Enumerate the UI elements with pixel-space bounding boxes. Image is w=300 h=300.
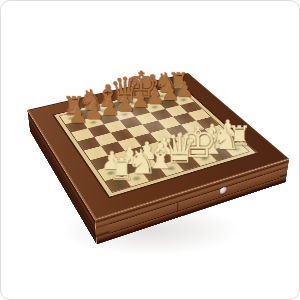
piece-black-pawn: ♟	[68, 105, 85, 127]
chess-board: ♜♞♝♛♚♝♞♜♟♟♟♟♟♟♟♟♟♟♟♟♟♟♟♟♜♞♝♛♚♝♞♜	[59, 87, 250, 193]
square-a7: ♟	[66, 120, 88, 132]
square-a1: ♜	[105, 176, 131, 192]
drawer-seam	[177, 203, 178, 211]
product-photo: ♜♞♝♛♚♝♞♜♟♟♟♟♟♟♟♟♟♟♟♟♟♟♟♟♜♞♝♛♚♝♞♜	[0, 0, 300, 300]
piece-white-rook: ♜	[108, 154, 128, 184]
